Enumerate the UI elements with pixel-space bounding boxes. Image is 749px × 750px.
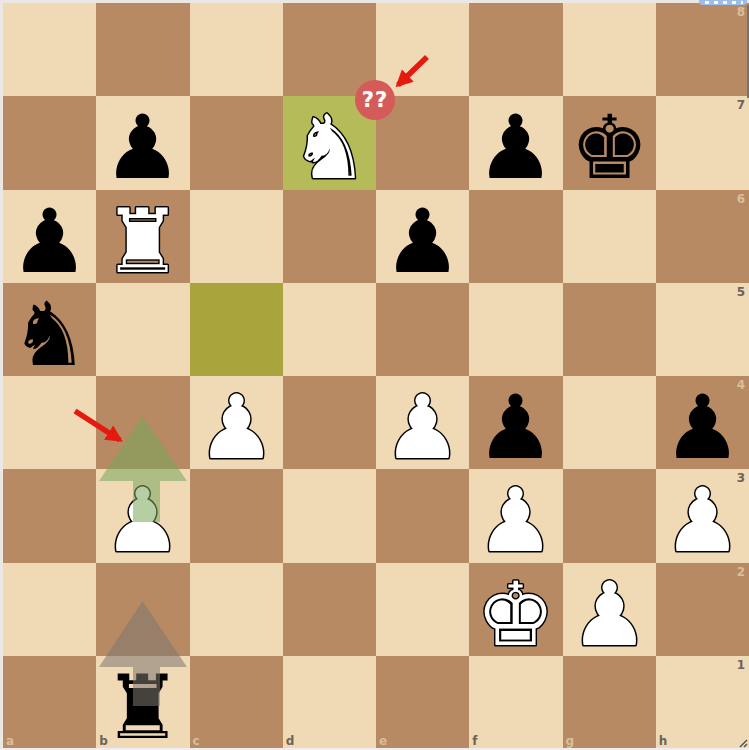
square-b6[interactable]: ♜ (96, 190, 189, 283)
square-f6[interactable] (469, 190, 562, 283)
svg-text:♞: ♞ (10, 283, 89, 376)
black-pawn-f7[interactable]: ♟ (469, 96, 562, 189)
square-e5[interactable] (376, 283, 469, 376)
rank-label-8: 8 (737, 6, 745, 18)
square-e8[interactable] (376, 3, 469, 96)
fragment-dashes (705, 1, 743, 4)
svg-text:♟: ♟ (570, 563, 649, 656)
square-c3[interactable] (190, 469, 283, 562)
square-g7[interactable]: ♚ (563, 96, 656, 189)
square-a4[interactable] (3, 376, 96, 469)
square-e2[interactable] (376, 563, 469, 656)
file-label-g: g (566, 735, 575, 747)
square-h1[interactable]: 1h (656, 656, 749, 749)
square-b4[interactable] (96, 376, 189, 469)
black-pawn-h4[interactable]: ♟ (656, 376, 749, 469)
white-pawn-g2[interactable]: ♟ (563, 563, 656, 656)
file-label-a: a (6, 735, 14, 747)
square-f8[interactable] (469, 3, 562, 96)
black-pawn-e6[interactable]: ♟ (376, 190, 469, 283)
square-f7[interactable]: ♟ (469, 96, 562, 189)
rank-label-2: 2 (737, 566, 745, 578)
square-h6[interactable]: 6 (656, 190, 749, 283)
svg-text:♟: ♟ (383, 376, 462, 469)
black-king-g7[interactable]: ♚ (563, 96, 656, 189)
square-g8[interactable] (563, 3, 656, 96)
square-c6[interactable] (190, 190, 283, 283)
rank-label-6: 6 (737, 193, 745, 205)
square-d4[interactable] (283, 376, 376, 469)
white-pawn-e4[interactable]: ♟ (376, 376, 469, 469)
svg-text:♟: ♟ (476, 376, 555, 469)
square-g6[interactable] (563, 190, 656, 283)
rank-label-1: 1 (737, 659, 745, 671)
square-d8[interactable] (283, 3, 376, 96)
square-d2[interactable] (283, 563, 376, 656)
square-f4[interactable]: ♟ (469, 376, 562, 469)
blunder-badge: ?? (355, 80, 395, 120)
square-h8[interactable]: 8 (656, 3, 749, 96)
square-c8[interactable] (190, 3, 283, 96)
square-g4[interactable] (563, 376, 656, 469)
square-g5[interactable] (563, 283, 656, 376)
square-a1[interactable]: a (3, 656, 96, 749)
square-d1[interactable]: d (283, 656, 376, 749)
square-d3[interactable] (283, 469, 376, 562)
square-a3[interactable] (3, 469, 96, 562)
square-h2[interactable]: 2 (656, 563, 749, 656)
black-pawn-f4[interactable]: ♟ (469, 376, 562, 469)
square-e4[interactable]: ♟ (376, 376, 469, 469)
square-b5[interactable] (96, 283, 189, 376)
square-c7[interactable] (190, 96, 283, 189)
square-h5[interactable]: 5 (656, 283, 749, 376)
svg-text:♟: ♟ (663, 376, 742, 469)
black-pawn-a6[interactable]: ♟ (3, 190, 96, 283)
black-rook-b1[interactable]: ♜ (96, 656, 189, 749)
square-a5[interactable]: ♞ (3, 283, 96, 376)
white-pawn-c4[interactable]: ♟ (190, 376, 283, 469)
white-pawn-f3[interactable]: ♟ (469, 469, 562, 562)
square-h3[interactable]: 3♟ (656, 469, 749, 562)
square-b3[interactable]: ♟ (96, 469, 189, 562)
square-d6[interactable] (283, 190, 376, 283)
svg-text:♜: ♜ (103, 190, 182, 283)
svg-text:♟: ♟ (476, 96, 555, 189)
svg-text:♟: ♟ (103, 96, 182, 189)
square-f1[interactable]: f (469, 656, 562, 749)
square-b1[interactable]: b♜ (96, 656, 189, 749)
black-knight-a5[interactable]: ♞ (3, 283, 96, 376)
svg-text:♟: ♟ (383, 190, 462, 283)
rank-label-7: 7 (737, 99, 745, 111)
file-label-c: c (193, 735, 200, 747)
square-e1[interactable]: e (376, 656, 469, 749)
square-c5[interactable] (190, 283, 283, 376)
square-d5[interactable] (283, 283, 376, 376)
square-b2[interactable] (96, 563, 189, 656)
square-a2[interactable] (3, 563, 96, 656)
svg-text:♟: ♟ (10, 190, 89, 283)
square-e3[interactable] (376, 469, 469, 562)
clipped-ui-fragment (699, 0, 747, 5)
svg-text:♟: ♟ (663, 469, 742, 562)
svg-text:♜: ♜ (103, 656, 182, 749)
white-king-f2[interactable]: ♚ (469, 563, 562, 656)
square-c1[interactable]: c (190, 656, 283, 749)
square-g2[interactable]: ♟ (563, 563, 656, 656)
file-label-e: e (379, 735, 387, 747)
square-h4[interactable]: 4♟ (656, 376, 749, 469)
svg-text:♚: ♚ (570, 96, 649, 189)
square-g3[interactable] (563, 469, 656, 562)
square-c2[interactable] (190, 563, 283, 656)
black-pawn-b7[interactable]: ♟ (96, 96, 189, 189)
square-g1[interactable]: g (563, 656, 656, 749)
svg-text:♚: ♚ (476, 563, 555, 656)
file-label-f: f (472, 735, 477, 747)
square-a7[interactable] (3, 96, 96, 189)
rank-label-5: 5 (737, 286, 745, 298)
square-c4[interactable]: ♟ (190, 376, 283, 469)
square-e6[interactable]: ♟ (376, 190, 469, 283)
square-b7[interactable]: ♟ (96, 96, 189, 189)
svg-text:♟: ♟ (103, 469, 182, 562)
square-f3[interactable]: ♟ (469, 469, 562, 562)
svg-text:♟: ♟ (197, 376, 276, 469)
svg-text:♟: ♟ (476, 469, 555, 562)
white-pawn-h3[interactable]: ♟ (656, 469, 749, 562)
square-f5[interactable] (469, 283, 562, 376)
square-f2[interactable]: ♚ (469, 563, 562, 656)
white-rook-b6[interactable]: ♜ (96, 190, 189, 283)
square-h7[interactable]: 7 (656, 96, 749, 189)
file-label-h: h (659, 735, 668, 747)
square-b8[interactable] (96, 3, 189, 96)
square-a8[interactable] (3, 3, 96, 96)
white-pawn-b3[interactable]: ♟ (96, 469, 189, 562)
square-a6[interactable]: ♟ (3, 190, 96, 283)
file-label-d: d (286, 735, 295, 747)
